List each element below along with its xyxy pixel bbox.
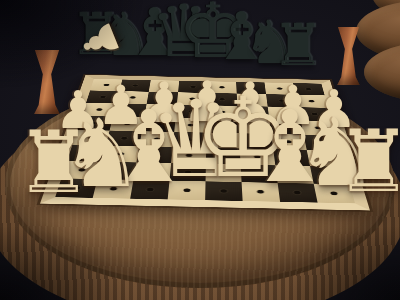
black-rook[interactable]: ♜ <box>269 16 327 74</box>
pieces-layer: ♜♞♝♛♚♝♞♜♟♟♟♟♟♟♟♟♜♞♝♛♚♝♞♜ <box>0 0 400 300</box>
white-rook[interactable]: ♜ <box>331 118 400 204</box>
scene: ♜♞♝♛♚♝♞♜♟♟♟♟♟♟♟♟♜♞♝♛♚♝♞♜ <box>0 0 400 300</box>
white-rook[interactable]: ♜ <box>11 119 97 205</box>
